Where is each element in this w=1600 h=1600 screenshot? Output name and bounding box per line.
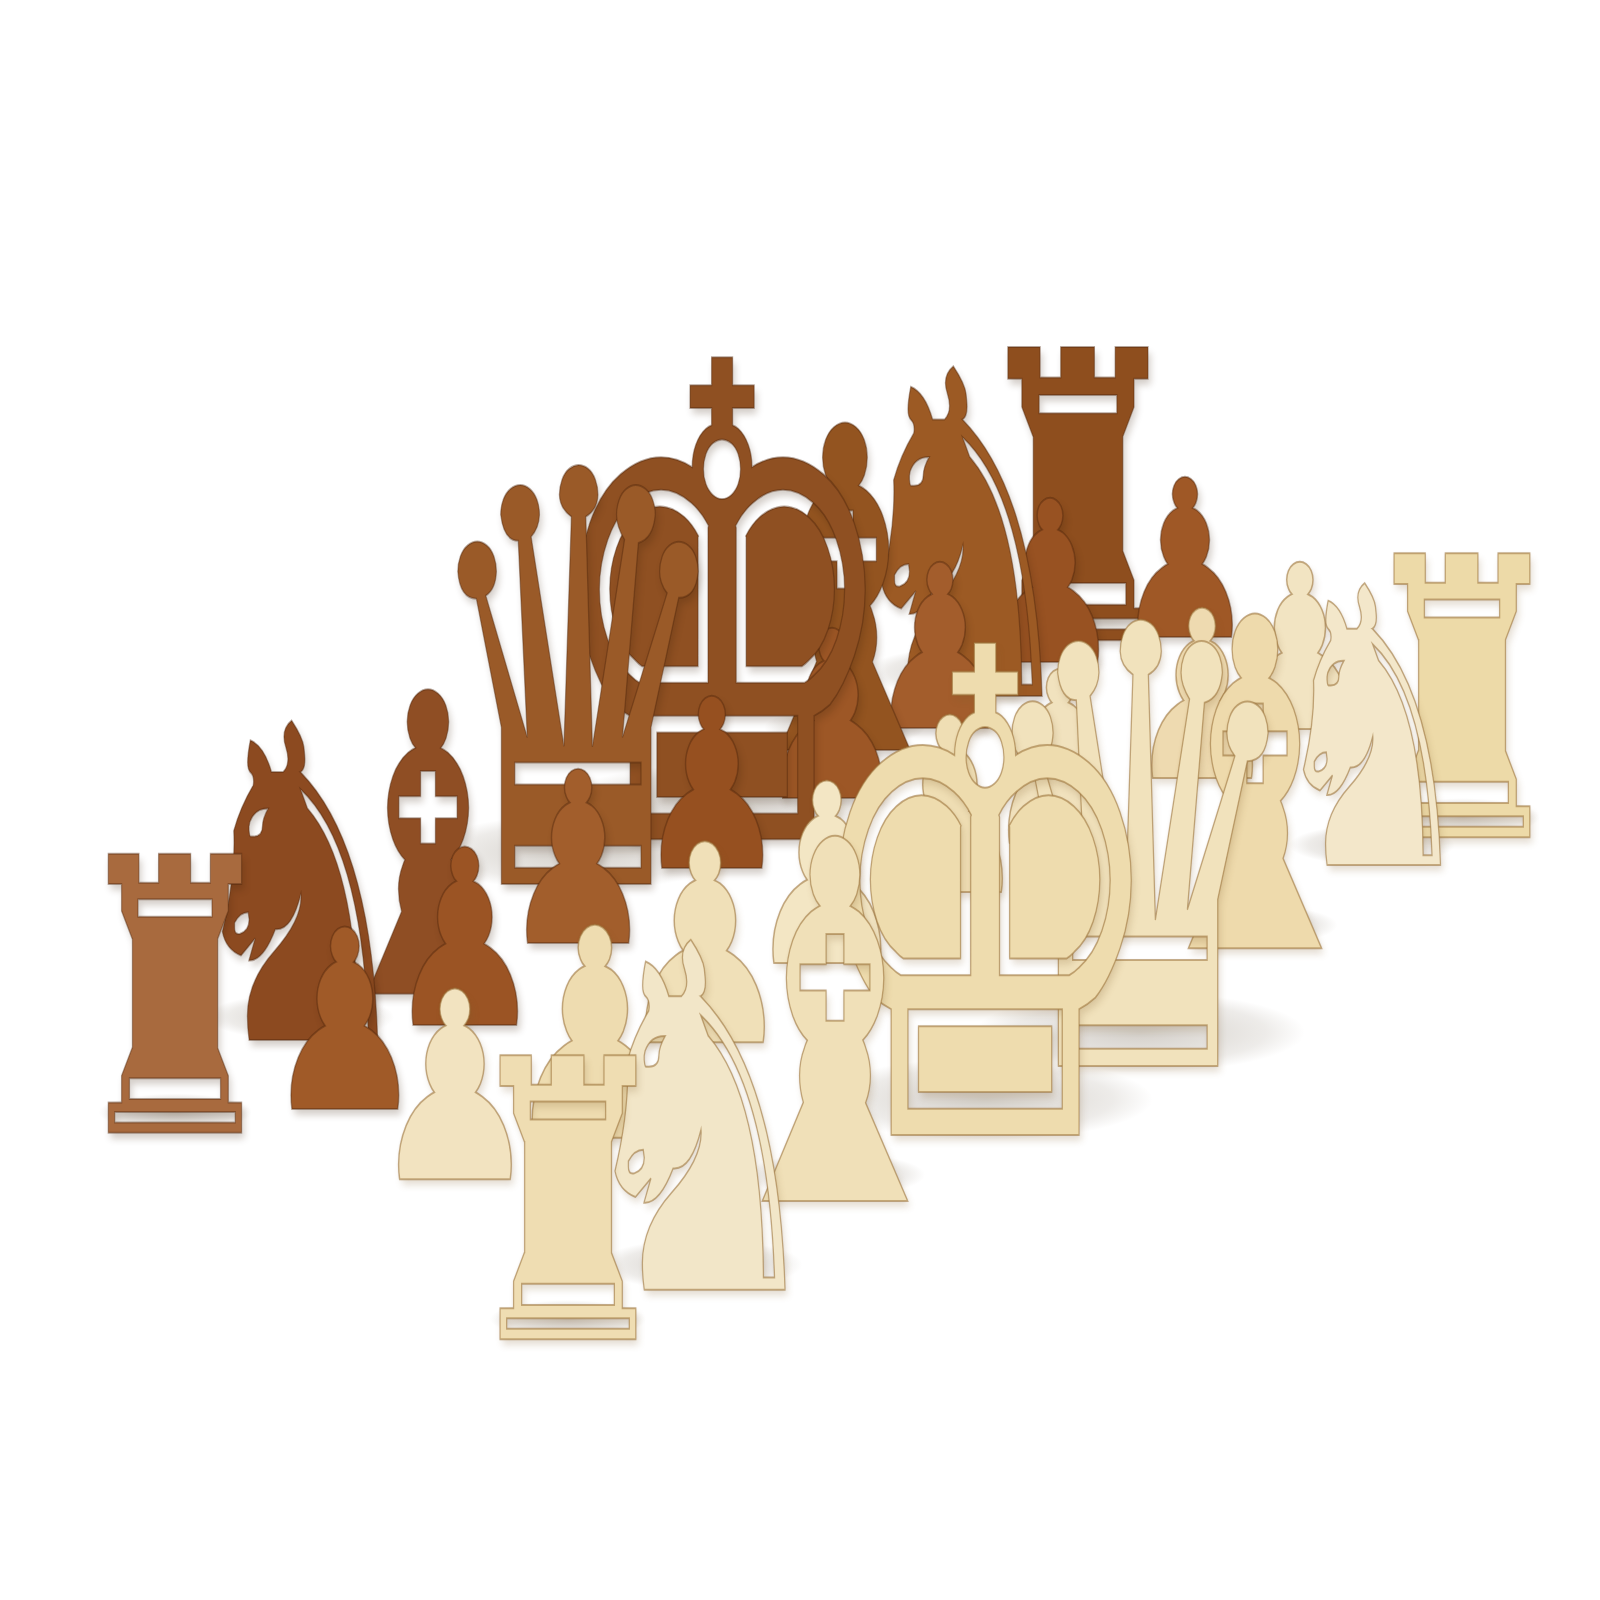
light-rook-icon: ♜ (460, 1011, 676, 1400)
brown-rook-icon: ♜ (69, 809, 281, 1191)
brown-rook-left: ♜ (4, 809, 346, 1191)
light-rook-left: ♜ (394, 1011, 743, 1400)
chess-set-product-photo: ♜♞♝♛♚♝♞♜♟♟♟♟♟♟♟♟♟♟♟♟♟♟♟♟♜♞♝♚♛♝♞♜ (0, 0, 1600, 1600)
